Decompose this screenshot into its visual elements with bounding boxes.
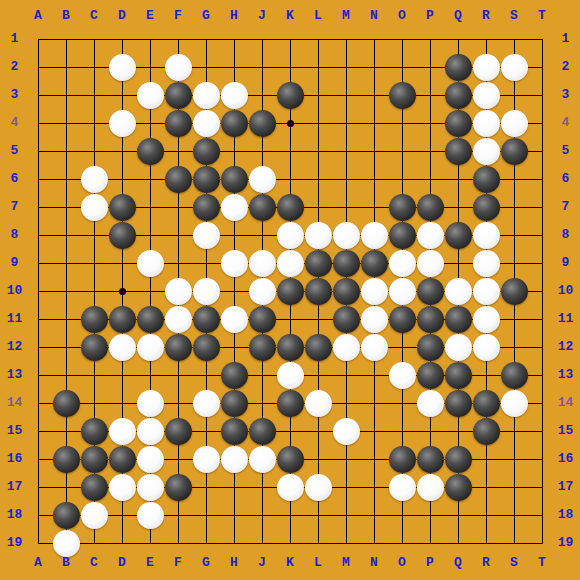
white-stone-E14 (137, 390, 164, 417)
col-label-bottom: M (332, 556, 360, 570)
white-stone-C18 (81, 502, 108, 529)
col-label-bottom: O (388, 556, 416, 570)
white-stone-P8 (417, 222, 444, 249)
white-stone-N12 (361, 334, 388, 361)
black-stone-P11 (417, 306, 444, 333)
hoshi-point (119, 288, 126, 295)
white-stone-E9 (137, 250, 164, 277)
black-stone-D8 (109, 222, 136, 249)
black-stone-G11 (193, 306, 220, 333)
col-label-bottom: F (164, 556, 192, 570)
col-label-top: N (360, 9, 388, 23)
row-label-right: 19 (551, 536, 580, 550)
white-stone-R2 (473, 54, 500, 81)
white-stone-K13 (277, 362, 304, 389)
black-stone-O11 (389, 306, 416, 333)
col-label-top: K (276, 9, 304, 23)
white-stone-R3 (473, 82, 500, 109)
black-stone-J4 (249, 110, 276, 137)
white-stone-R12 (473, 334, 500, 361)
white-stone-K17 (277, 474, 304, 501)
row-label-right: 18 (551, 508, 580, 522)
row-label-left: 5 (0, 144, 29, 158)
white-stone-H11 (221, 306, 248, 333)
grid-line-horizontal (38, 543, 543, 544)
black-stone-F17 (165, 474, 192, 501)
black-stone-D11 (109, 306, 136, 333)
col-label-bottom: B (52, 556, 80, 570)
white-stone-D15 (109, 418, 136, 445)
col-label-top: S (500, 9, 528, 23)
row-label-left: 13 (0, 368, 29, 382)
black-stone-Q8 (445, 222, 472, 249)
white-stone-G3 (193, 82, 220, 109)
col-label-bottom: Q (444, 556, 472, 570)
row-label-right: 15 (551, 424, 580, 438)
row-label-left: 18 (0, 508, 29, 522)
white-stone-S4 (501, 110, 528, 137)
row-label-left: 8 (0, 228, 29, 242)
white-stone-H7 (221, 194, 248, 221)
black-stone-F12 (165, 334, 192, 361)
col-label-bottom: R (472, 556, 500, 570)
white-stone-O10 (389, 278, 416, 305)
white-stone-J9 (249, 250, 276, 277)
row-label-left: 3 (0, 88, 29, 102)
white-stone-H16 (221, 446, 248, 473)
black-stone-S5 (501, 138, 528, 165)
white-stone-P9 (417, 250, 444, 277)
col-label-top: A (24, 9, 52, 23)
col-label-top: R (472, 9, 500, 23)
col-label-bottom: A (24, 556, 52, 570)
black-stone-C17 (81, 474, 108, 501)
black-stone-G6 (193, 166, 220, 193)
col-label-top: H (220, 9, 248, 23)
black-stone-H6 (221, 166, 248, 193)
row-label-right: 7 (551, 200, 580, 214)
row-label-right: 17 (551, 480, 580, 494)
row-label-right: 13 (551, 368, 580, 382)
white-stone-G8 (193, 222, 220, 249)
go-board-app: AABBCCDDEEFFGGHHJJKKLLMMNNOOPPQQRRSSTT11… (0, 0, 580, 580)
black-stone-M9 (333, 250, 360, 277)
black-stone-K3 (277, 82, 304, 109)
black-stone-F15 (165, 418, 192, 445)
white-stone-R10 (473, 278, 500, 305)
col-label-bottom: L (304, 556, 332, 570)
black-stone-P13 (417, 362, 444, 389)
white-stone-M8 (333, 222, 360, 249)
white-stone-N8 (361, 222, 388, 249)
black-stone-Q11 (445, 306, 472, 333)
black-stone-F6 (165, 166, 192, 193)
white-stone-M15 (333, 418, 360, 445)
col-label-bottom: J (248, 556, 276, 570)
white-stone-R9 (473, 250, 500, 277)
row-label-right: 10 (551, 284, 580, 298)
black-stone-J15 (249, 418, 276, 445)
white-stone-E15 (137, 418, 164, 445)
white-stone-D17 (109, 474, 136, 501)
col-label-bottom: H (220, 556, 248, 570)
row-label-left: 16 (0, 452, 29, 466)
black-stone-S13 (501, 362, 528, 389)
row-label-left: 7 (0, 200, 29, 214)
black-stone-Q5 (445, 138, 472, 165)
white-stone-L8 (305, 222, 332, 249)
hoshi-point (287, 120, 294, 127)
white-stone-E16 (137, 446, 164, 473)
black-stone-C16 (81, 446, 108, 473)
col-label-top: D (108, 9, 136, 23)
black-stone-L10 (305, 278, 332, 305)
col-label-top: G (192, 9, 220, 23)
black-stone-R7 (473, 194, 500, 221)
white-stone-R11 (473, 306, 500, 333)
black-stone-R14 (473, 390, 500, 417)
black-stone-J7 (249, 194, 276, 221)
row-label-right: 12 (551, 340, 580, 354)
col-label-top: O (388, 9, 416, 23)
white-stone-H3 (221, 82, 248, 109)
white-stone-M12 (333, 334, 360, 361)
row-label-left: 4 (0, 116, 29, 130)
col-label-top: J (248, 9, 276, 23)
col-label-top: F (164, 9, 192, 23)
white-stone-F10 (165, 278, 192, 305)
white-stone-S2 (501, 54, 528, 81)
black-stone-L12 (305, 334, 332, 361)
white-stone-F11 (165, 306, 192, 333)
col-label-top: P (416, 9, 444, 23)
white-stone-E17 (137, 474, 164, 501)
white-stone-E18 (137, 502, 164, 529)
col-label-bottom: G (192, 556, 220, 570)
white-stone-O17 (389, 474, 416, 501)
white-stone-Q10 (445, 278, 472, 305)
col-label-bottom: E (136, 556, 164, 570)
black-stone-K14 (277, 390, 304, 417)
black-stone-Q4 (445, 110, 472, 137)
white-stone-K9 (277, 250, 304, 277)
black-stone-H14 (221, 390, 248, 417)
row-label-right: 8 (551, 228, 580, 242)
row-label-left: 19 (0, 536, 29, 550)
black-stone-K7 (277, 194, 304, 221)
black-stone-D7 (109, 194, 136, 221)
white-stone-D4 (109, 110, 136, 137)
black-stone-G7 (193, 194, 220, 221)
white-stone-G4 (193, 110, 220, 137)
white-stone-E12 (137, 334, 164, 361)
black-stone-L9 (305, 250, 332, 277)
row-label-right: 9 (551, 256, 580, 270)
white-stone-F2 (165, 54, 192, 81)
col-label-top: L (304, 9, 332, 23)
col-label-top: B (52, 9, 80, 23)
black-stone-P7 (417, 194, 444, 221)
white-stone-R4 (473, 110, 500, 137)
white-stone-P17 (417, 474, 444, 501)
black-stone-M10 (333, 278, 360, 305)
row-label-right: 14 (551, 396, 580, 410)
black-stone-Q14 (445, 390, 472, 417)
black-stone-K16 (277, 446, 304, 473)
black-stone-K12 (277, 334, 304, 361)
row-label-left: 15 (0, 424, 29, 438)
row-label-left: 17 (0, 480, 29, 494)
black-stone-Q3 (445, 82, 472, 109)
white-stone-H9 (221, 250, 248, 277)
black-stone-D16 (109, 446, 136, 473)
black-stone-H4 (221, 110, 248, 137)
white-stone-L14 (305, 390, 332, 417)
white-stone-R5 (473, 138, 500, 165)
white-stone-D2 (109, 54, 136, 81)
black-stone-Q17 (445, 474, 472, 501)
white-stone-E3 (137, 82, 164, 109)
black-stone-R15 (473, 418, 500, 445)
col-label-bottom: S (500, 556, 528, 570)
black-stone-Q16 (445, 446, 472, 473)
black-stone-E11 (137, 306, 164, 333)
white-stone-N10 (361, 278, 388, 305)
row-label-left: 1 (0, 32, 29, 46)
row-label-left: 14 (0, 396, 29, 410)
black-stone-F4 (165, 110, 192, 137)
white-stone-B19 (53, 530, 80, 557)
white-stone-J6 (249, 166, 276, 193)
white-stone-C6 (81, 166, 108, 193)
row-label-left: 6 (0, 172, 29, 186)
white-stone-P14 (417, 390, 444, 417)
black-stone-P10 (417, 278, 444, 305)
col-label-top: T (528, 9, 556, 23)
row-label-left: 9 (0, 256, 29, 270)
black-stone-B18 (53, 502, 80, 529)
col-label-bottom: K (276, 556, 304, 570)
row-label-right: 2 (551, 60, 580, 74)
black-stone-O8 (389, 222, 416, 249)
white-stone-K8 (277, 222, 304, 249)
black-stone-F3 (165, 82, 192, 109)
white-stone-J16 (249, 446, 276, 473)
black-stone-O7 (389, 194, 416, 221)
black-stone-J12 (249, 334, 276, 361)
black-stone-B16 (53, 446, 80, 473)
white-stone-C7 (81, 194, 108, 221)
row-label-left: 12 (0, 340, 29, 354)
black-stone-M11 (333, 306, 360, 333)
row-label-left: 11 (0, 312, 29, 326)
black-stone-B14 (53, 390, 80, 417)
row-label-right: 16 (551, 452, 580, 466)
row-label-right: 4 (551, 116, 580, 130)
col-label-bottom: P (416, 556, 444, 570)
col-label-bottom: D (108, 556, 136, 570)
row-label-left: 10 (0, 284, 29, 298)
grid-line-horizontal (38, 515, 543, 516)
col-label-top: Q (444, 9, 472, 23)
row-label-right: 3 (551, 88, 580, 102)
white-stone-Q12 (445, 334, 472, 361)
black-stone-Q13 (445, 362, 472, 389)
white-stone-S14 (501, 390, 528, 417)
white-stone-O9 (389, 250, 416, 277)
col-label-bottom: T (528, 556, 556, 570)
row-label-right: 11 (551, 312, 580, 326)
white-stone-R8 (473, 222, 500, 249)
col-label-top: M (332, 9, 360, 23)
white-stone-L17 (305, 474, 332, 501)
black-stone-P12 (417, 334, 444, 361)
black-stone-H13 (221, 362, 248, 389)
white-stone-O13 (389, 362, 416, 389)
black-stone-R6 (473, 166, 500, 193)
black-stone-O3 (389, 82, 416, 109)
row-label-left: 2 (0, 60, 29, 74)
black-stone-N9 (361, 250, 388, 277)
black-stone-E5 (137, 138, 164, 165)
white-stone-G16 (193, 446, 220, 473)
black-stone-K10 (277, 278, 304, 305)
black-stone-C12 (81, 334, 108, 361)
col-label-bottom: C (80, 556, 108, 570)
row-label-right: 5 (551, 144, 580, 158)
grid-line-vertical (542, 39, 543, 544)
col-label-top: E (136, 9, 164, 23)
white-stone-G10 (193, 278, 220, 305)
black-stone-H15 (221, 418, 248, 445)
black-stone-O16 (389, 446, 416, 473)
col-label-bottom: N (360, 556, 388, 570)
white-stone-D12 (109, 334, 136, 361)
black-stone-S10 (501, 278, 528, 305)
col-label-top: C (80, 9, 108, 23)
black-stone-J11 (249, 306, 276, 333)
black-stone-G5 (193, 138, 220, 165)
black-stone-C15 (81, 418, 108, 445)
white-stone-G14 (193, 390, 220, 417)
row-label-right: 6 (551, 172, 580, 186)
black-stone-G12 (193, 334, 220, 361)
white-stone-J10 (249, 278, 276, 305)
white-stone-N11 (361, 306, 388, 333)
black-stone-P16 (417, 446, 444, 473)
row-label-right: 1 (551, 32, 580, 46)
black-stone-Q2 (445, 54, 472, 81)
black-stone-C11 (81, 306, 108, 333)
